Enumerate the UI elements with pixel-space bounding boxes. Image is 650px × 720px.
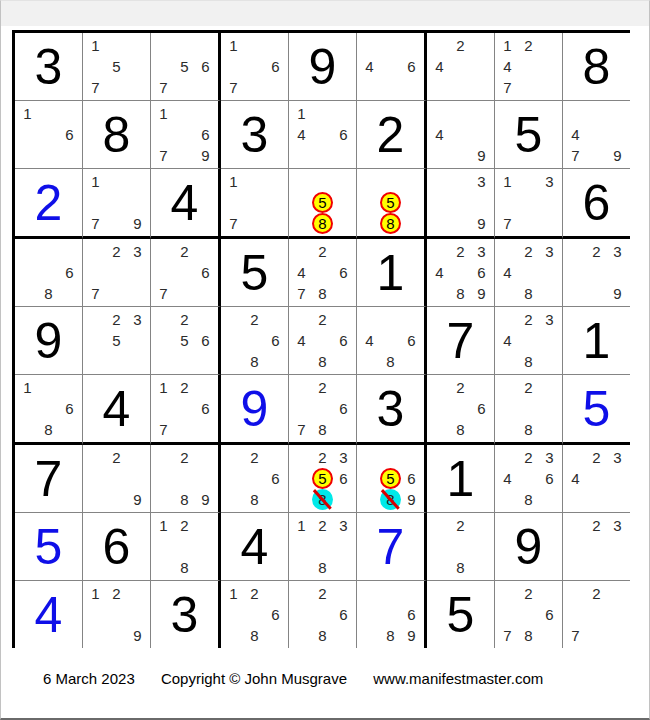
empty-candidate-slot — [450, 192, 471, 213]
empty-candidate-slot — [85, 309, 106, 330]
candidate: 3 — [133, 311, 141, 328]
empty-candidate-slot — [401, 447, 422, 468]
given-digit: 3 — [241, 110, 269, 160]
candidate: 1 — [297, 517, 305, 534]
empty-candidate-slot — [127, 604, 148, 625]
empty-candidate-slot — [518, 330, 539, 351]
candidate-slot: 5 — [174, 56, 195, 77]
empty-candidate-slot — [59, 377, 80, 398]
cell-r5c7[interactable]: 7 — [427, 307, 495, 375]
candidate-grid: 2348 — [495, 239, 562, 306]
footer-copyright: Copyright © John Musgrave — [161, 670, 347, 687]
cell-r7c5[interactable]: 23568 — [289, 445, 357, 513]
candidate-slot: 6 — [333, 124, 354, 145]
candidate-slot: 7 — [85, 213, 106, 234]
candidate: 8 — [524, 285, 532, 302]
empty-candidate-slot — [380, 35, 401, 56]
candidate-slot: 7 — [497, 77, 518, 98]
cell-r9c7[interactable]: 5 — [427, 581, 495, 648]
candidate-highlighted-yellow: 5 — [312, 192, 333, 213]
empty-candidate-slot — [195, 515, 216, 536]
cell-r2c1[interactable]: 16 — [15, 101, 83, 169]
candidate-slot: 7 — [565, 625, 586, 646]
candidate-grid: 237 — [83, 239, 150, 306]
candidate: 3 — [613, 243, 621, 260]
empty-candidate-slot — [586, 489, 607, 510]
empty-candidate-slot — [586, 468, 607, 489]
cell-r8c6[interactable]: 7 — [357, 513, 427, 581]
candidate: 7 — [159, 421, 167, 438]
cell-r6c8[interactable]: 28 — [495, 375, 563, 445]
cell-r4c1[interactable]: 68 — [15, 239, 83, 307]
candidate-grid: 268 — [221, 445, 288, 512]
cell-r5c8[interactable]: 2348 — [495, 307, 563, 375]
empty-candidate-slot — [539, 213, 560, 234]
candidate-slot: 9 — [195, 489, 216, 510]
candidate-slot: 1 — [153, 377, 174, 398]
empty-candidate-slot — [223, 351, 244, 372]
cell-r9c8[interactable]: 2678 — [495, 581, 563, 648]
candidate: 5 — [112, 332, 120, 349]
empty-candidate-slot — [429, 103, 450, 124]
empty-candidate-slot — [312, 262, 333, 283]
candidate-slot: 9 — [471, 145, 492, 166]
given-digit: 8 — [583, 42, 611, 92]
empty-candidate-slot — [539, 262, 560, 283]
cell-r1c6[interactable]: 46 — [357, 33, 427, 101]
candidate-grid: 146 — [289, 101, 356, 168]
candidate-slot: 5 — [312, 192, 333, 213]
empty-candidate-slot — [359, 625, 380, 646]
empty-candidate-slot — [127, 35, 148, 56]
cell-r7c1[interactable]: 7 — [15, 445, 83, 513]
cell-r5c1[interactable]: 9 — [15, 307, 83, 375]
cell-r9c5[interactable]: 268 — [289, 581, 357, 648]
candidate-slot: 8 — [312, 351, 333, 372]
empty-candidate-slot — [38, 262, 59, 283]
candidate-slot: 8 — [244, 351, 265, 372]
candidate: 7 — [91, 215, 99, 232]
empty-candidate-slot — [312, 145, 333, 166]
cell-r3c4[interactable]: 17 — [221, 169, 289, 239]
cell-r7c9[interactable]: 234 — [563, 445, 630, 513]
cell-r2c9[interactable]: 479 — [563, 101, 630, 169]
candidate-slot: 1 — [497, 35, 518, 56]
empty-candidate-slot — [471, 419, 492, 440]
candidate-slot: 6 — [539, 604, 560, 625]
cell-r9c2[interactable]: 129 — [83, 581, 151, 648]
cell-r6c3[interactable]: 1267 — [151, 375, 221, 445]
empty-candidate-slot — [106, 489, 127, 510]
candidate-slot: 8 — [450, 419, 471, 440]
candidate-slot: 7 — [291, 419, 312, 440]
cell-r2c3[interactable]: 1679 — [151, 101, 221, 169]
empty-candidate-slot — [291, 398, 312, 419]
candidate: 6 — [65, 400, 73, 417]
cell-r2c8[interactable]: 5 — [495, 101, 563, 169]
page: 3157567167946241247816816793146249547921… — [0, 0, 650, 720]
candidate: 6 — [65, 126, 73, 143]
cell-r5c9[interactable]: 1 — [563, 307, 630, 375]
empty-candidate-slot — [607, 536, 628, 557]
candidate: 4 — [503, 332, 511, 349]
candidate-grid: 239 — [563, 239, 630, 306]
cell-r4c2[interactable]: 237 — [83, 239, 151, 307]
cell-r1c7[interactable]: 24 — [427, 33, 495, 101]
cell-r8c9[interactable]: 23 — [563, 513, 630, 581]
candidate-slot: 2 — [312, 309, 333, 330]
candidate: 4 — [297, 126, 305, 143]
candidate-slot: 8 — [518, 283, 539, 304]
empty-candidate-slot — [106, 351, 127, 372]
given-digit: 5 — [515, 110, 543, 160]
cell-r8c1[interactable]: 5 — [15, 513, 83, 581]
given-digit: 4 — [103, 384, 131, 434]
candidate-slot: 2 — [518, 35, 539, 56]
cell-r3c3[interactable]: 4 — [151, 169, 221, 239]
empty-candidate-slot — [106, 283, 127, 304]
candidate-slot: 5 — [380, 468, 401, 489]
cell-r9c3[interactable]: 3 — [151, 581, 221, 648]
candidate-slot: 4 — [565, 468, 586, 489]
empty-candidate-slot — [153, 262, 174, 283]
empty-candidate-slot — [85, 262, 106, 283]
candidate-slot: 6 — [401, 468, 422, 489]
candidate-slot: 6 — [195, 262, 216, 283]
empty-candidate-slot — [85, 468, 106, 489]
cell-r1c2[interactable]: 157 — [83, 33, 151, 101]
candidate: 7 — [229, 215, 237, 232]
candidate: 2 — [592, 243, 600, 260]
cell-r9c6[interactable]: 689 — [357, 581, 427, 648]
empty-candidate-slot — [333, 213, 354, 234]
candidate-slot: 7 — [497, 625, 518, 646]
cell-r6c1[interactable]: 168 — [15, 375, 83, 445]
candidate-slot: 3 — [471, 171, 492, 192]
candidate: 2 — [524, 449, 532, 466]
cell-r6c5[interactable]: 2678 — [289, 375, 357, 445]
candidate-grid: 23 — [563, 513, 630, 580]
candidate: 1 — [23, 379, 31, 396]
cell-r6c4[interactable]: 9 — [221, 375, 289, 445]
empty-candidate-slot — [59, 241, 80, 262]
candidate-grid: 567 — [151, 33, 218, 100]
empty-candidate-slot — [333, 283, 354, 304]
empty-candidate-slot — [153, 557, 174, 578]
empty-candidate-slot — [174, 262, 195, 283]
empty-candidate-slot — [195, 77, 216, 98]
candidate-slot: 2 — [312, 515, 333, 536]
empty-candidate-slot — [450, 103, 471, 124]
empty-candidate-slot — [265, 447, 286, 468]
empty-candidate-slot — [106, 604, 127, 625]
empty-candidate-slot — [565, 583, 586, 604]
empty-candidate-slot — [429, 398, 450, 419]
cell-r5c3[interactable]: 256 — [151, 307, 221, 375]
empty-candidate-slot — [565, 447, 586, 468]
cell-r7c3[interactable]: 289 — [151, 445, 221, 513]
cell-r6c2[interactable]: 4 — [83, 375, 151, 445]
cell-r2c2[interactable]: 8 — [83, 101, 151, 169]
cell-r4c7[interactable]: 234689 — [427, 239, 495, 307]
cell-r8c2[interactable]: 6 — [83, 513, 151, 581]
empty-candidate-slot — [333, 557, 354, 578]
empty-candidate-slot — [333, 103, 354, 124]
candidate-slot: 7 — [85, 283, 106, 304]
cell-r8c3[interactable]: 128 — [151, 513, 221, 581]
candidate-slot: 6 — [333, 262, 354, 283]
candidate-slot: 2 — [312, 583, 333, 604]
empty-candidate-slot — [518, 398, 539, 419]
empty-candidate-slot — [359, 468, 380, 489]
empty-candidate-slot — [85, 56, 106, 77]
cell-r3c9[interactable]: 6 — [563, 169, 630, 239]
candidate: 4 — [365, 58, 373, 75]
candidate: 1 — [229, 173, 237, 190]
candidate-grid: 2678 — [495, 581, 562, 648]
candidate-highlighted-yellow: 8 — [312, 213, 333, 234]
candidate-slot: 8 — [312, 557, 333, 578]
empty-candidate-slot — [539, 283, 560, 304]
cell-r3c5[interactable]: 58 — [289, 169, 357, 239]
empty-candidate-slot — [106, 35, 127, 56]
candidate-grid: 1268 — [221, 581, 288, 648]
candidate: 2 — [318, 379, 326, 396]
candidate: 8 — [250, 353, 258, 370]
cell-r8c7[interactable]: 28 — [427, 513, 495, 581]
cell-r8c4[interactable]: 4 — [221, 513, 289, 581]
candidate-slot: 2 — [312, 447, 333, 468]
candidate: 8 — [524, 421, 532, 438]
given-digit: 5 — [241, 248, 269, 298]
empty-candidate-slot — [450, 262, 471, 283]
cell-r2c5[interactable]: 146 — [289, 101, 357, 169]
cell-r9c9[interactable]: 27 — [563, 581, 630, 648]
candidate-slot: 2 — [586, 515, 607, 536]
cell-r7c8[interactable]: 23468 — [495, 445, 563, 513]
candidate-slot: 8 — [518, 625, 539, 646]
candidate: 2 — [456, 517, 464, 534]
empty-candidate-slot — [223, 489, 244, 510]
cell-r6c6[interactable]: 3 — [357, 375, 427, 445]
cell-r2c6[interactable]: 2 — [357, 101, 427, 169]
cell-r4c6[interactable]: 1 — [357, 239, 427, 307]
cell-r5c2[interactable]: 235 — [83, 307, 151, 375]
empty-candidate-slot — [607, 468, 628, 489]
candidate-grid: 2348 — [495, 307, 562, 374]
empty-candidate-slot — [244, 35, 265, 56]
candidate: 6 — [271, 58, 279, 75]
empty-candidate-slot — [497, 351, 518, 372]
cell-r3c6[interactable]: 58 — [357, 169, 427, 239]
candidate: 8 — [250, 627, 258, 644]
cell-r3c7[interactable]: 39 — [427, 169, 495, 239]
cell-r5c5[interactable]: 2468 — [289, 307, 357, 375]
candidate: 7 — [297, 421, 305, 438]
empty-candidate-slot — [518, 77, 539, 98]
candidate-slot: 4 — [291, 262, 312, 283]
candidate-slot: 8 — [38, 283, 59, 304]
cell-r4c3[interactable]: 267 — [151, 239, 221, 307]
empty-candidate-slot — [565, 103, 586, 124]
cell-r6c7[interactable]: 268 — [427, 375, 495, 445]
candidate-slot: 3 — [127, 309, 148, 330]
candidate-grid: 689 — [357, 581, 424, 648]
empty-candidate-slot — [518, 56, 539, 77]
empty-candidate-slot — [359, 192, 380, 213]
candidate-slot: 4 — [429, 56, 450, 77]
empty-candidate-slot — [312, 103, 333, 124]
empty-candidate-slot — [429, 536, 450, 557]
cell-r7c6[interactable]: 5689 — [357, 445, 427, 513]
given-digit: 1 — [447, 454, 475, 504]
cell-r3c8[interactable]: 137 — [495, 169, 563, 239]
cell-r5c4[interactable]: 268 — [221, 307, 289, 375]
given-digit: 1 — [583, 316, 611, 366]
empty-candidate-slot — [244, 77, 265, 98]
empty-candidate-slot — [450, 56, 471, 77]
cell-r1c8[interactable]: 1247 — [495, 33, 563, 101]
cell-r8c5[interactable]: 1238 — [289, 513, 357, 581]
cell-r1c3[interactable]: 567 — [151, 33, 221, 101]
empty-candidate-slot — [429, 171, 450, 192]
candidate-grid: 29 — [83, 445, 150, 512]
candidate: 2 — [524, 585, 532, 602]
empty-candidate-slot — [429, 419, 450, 440]
candidate: 8 — [524, 491, 532, 508]
candidate-grid: 23568 — [289, 445, 356, 512]
empty-candidate-slot — [153, 398, 174, 419]
cell-r4c8[interactable]: 2348 — [495, 239, 563, 307]
empty-candidate-slot — [333, 377, 354, 398]
candidate-grid: 17 — [221, 169, 288, 236]
cell-r6c9[interactable]: 5 — [563, 375, 630, 445]
candidate-slot: 2 — [106, 241, 127, 262]
cell-r1c9[interactable]: 8 — [563, 33, 630, 101]
candidate-grid: 268 — [289, 581, 356, 648]
candidate: 8 — [250, 491, 258, 508]
cell-r5c6[interactable]: 468 — [357, 307, 427, 375]
given-digit: 4 — [171, 178, 199, 228]
cell-r1c4[interactable]: 167 — [221, 33, 289, 101]
candidate: 5 — [180, 58, 188, 75]
empty-candidate-slot — [429, 515, 450, 536]
candidate-grid: 234 — [563, 445, 630, 512]
empty-candidate-slot — [450, 398, 471, 419]
empty-candidate-slot — [497, 419, 518, 440]
empty-candidate-slot — [223, 192, 244, 213]
cell-r4c5[interactable]: 24678 — [289, 239, 357, 307]
candidate-grid: 46 — [357, 33, 424, 100]
candidate: 7 — [229, 79, 237, 96]
candidate-slot: 8 — [380, 625, 401, 646]
candidate-slot: 6 — [59, 124, 80, 145]
empty-candidate-slot — [471, 77, 492, 98]
candidate: 2 — [180, 517, 188, 534]
candidate: 4 — [297, 264, 305, 281]
cell-r2c4[interactable]: 3 — [221, 101, 289, 169]
empty-candidate-slot — [539, 419, 560, 440]
empty-candidate-slot — [497, 192, 518, 213]
candidate-slot: 8 — [312, 283, 333, 304]
candidate: 1 — [91, 173, 99, 190]
candidate-slot: 2 — [450, 515, 471, 536]
candidate-grid: 167 — [221, 33, 288, 100]
candidate-slot: 9 — [127, 489, 148, 510]
given-digit: 1 — [377, 248, 405, 298]
empty-candidate-slot — [401, 213, 422, 234]
empty-candidate-slot — [450, 124, 471, 145]
candidate-slot: 2 — [450, 35, 471, 56]
empty-candidate-slot — [539, 489, 560, 510]
empty-candidate-slot — [586, 536, 607, 557]
empty-candidate-slot — [312, 604, 333, 625]
solved-digit: 4 — [35, 590, 63, 640]
candidate: 3 — [613, 517, 621, 534]
cell-r2c7[interactable]: 49 — [427, 101, 495, 169]
cell-r7c7[interactable]: 1 — [427, 445, 495, 513]
candidate-slot: 7 — [85, 77, 106, 98]
candidate-slot: 2 — [518, 241, 539, 262]
empty-candidate-slot — [291, 604, 312, 625]
cell-r9c4[interactable]: 1268 — [221, 581, 289, 648]
given-digit: 7 — [35, 454, 63, 504]
empty-candidate-slot — [586, 124, 607, 145]
cell-r1c5[interactable]: 9 — [289, 33, 357, 101]
candidate-slot: 8 — [380, 489, 401, 510]
cell-r8c8[interactable]: 9 — [495, 513, 563, 581]
empty-candidate-slot — [539, 377, 560, 398]
empty-candidate-slot — [127, 171, 148, 192]
candidate: 6 — [407, 606, 415, 623]
empty-candidate-slot — [518, 171, 539, 192]
candidate-slot: 8 — [312, 419, 333, 440]
candidate-slot: 7 — [223, 77, 244, 98]
candidate-grid: 468 — [357, 307, 424, 374]
candidate: 5 — [112, 58, 120, 75]
empty-candidate-slot — [195, 103, 216, 124]
empty-candidate-slot — [359, 583, 380, 604]
given-digit: 9 — [309, 42, 337, 92]
empty-candidate-slot — [223, 330, 244, 351]
cell-r4c9[interactable]: 239 — [563, 239, 630, 307]
cell-r4c4[interactable]: 5 — [221, 239, 289, 307]
candidate: 2 — [318, 585, 326, 602]
cell-r3c2[interactable]: 179 — [83, 169, 151, 239]
cell-r9c1[interactable]: 4 — [15, 581, 83, 648]
empty-candidate-slot — [312, 398, 333, 419]
candidate: 8 — [524, 627, 532, 644]
empty-candidate-slot — [265, 583, 286, 604]
candidate-slot: 1 — [223, 35, 244, 56]
empty-candidate-slot — [291, 171, 312, 192]
solved-digit: 5 — [583, 384, 611, 434]
cell-r1c1[interactable]: 3 — [15, 33, 83, 101]
cell-r7c2[interactable]: 29 — [83, 445, 151, 513]
candidate: 2 — [318, 449, 326, 466]
empty-candidate-slot — [127, 77, 148, 98]
candidate: 2 — [592, 449, 600, 466]
cell-r7c4[interactable]: 268 — [221, 445, 289, 513]
candidate: 4 — [435, 264, 443, 281]
empty-candidate-slot — [223, 447, 244, 468]
empty-candidate-slot — [223, 625, 244, 646]
given-digit: 3 — [35, 42, 63, 92]
empty-candidate-slot — [401, 583, 422, 604]
cell-r3c1[interactable]: 2 — [15, 169, 83, 239]
candidate-slot: 5 — [106, 56, 127, 77]
candidate-eliminated-cyan: 8 — [312, 489, 333, 510]
